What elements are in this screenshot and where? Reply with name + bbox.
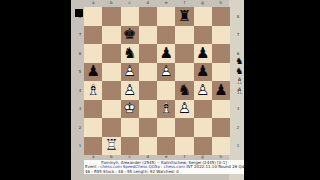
square-d3[interactable] — [139, 100, 157, 119]
square-b7[interactable] — [102, 26, 120, 45]
white-king-c3: ♚♔ — [121, 100, 139, 119]
square-g8[interactable] — [194, 7, 212, 26]
rank-label-1: 1 — [77, 137, 83, 156]
black-pawn-a5: ♟ — [84, 63, 102, 82]
square-b8[interactable] — [102, 7, 120, 26]
black-rook-f8: ♜ — [175, 7, 193, 26]
square-g5[interactable]: ♟ — [194, 63, 212, 82]
file-label-f: f — [175, 0, 193, 6]
white-pawn-g4: ♟♙ — [194, 81, 212, 100]
rank-label-3: 3 — [235, 100, 241, 119]
letterbox-right — [244, 0, 320, 180]
square-f4[interactable]: ♞ — [175, 81, 193, 100]
square-h6[interactable] — [212, 44, 230, 63]
square-g3[interactable] — [194, 100, 212, 119]
square-c2[interactable] — [121, 118, 139, 137]
square-e2[interactable] — [157, 118, 175, 137]
square-g6[interactable]: ♟ — [194, 44, 212, 63]
rank-label-2: 2 — [235, 118, 241, 137]
square-h3[interactable] — [212, 100, 230, 119]
square-d6[interactable] — [139, 44, 157, 63]
material-black-knight-icon: ♞ — [235, 66, 245, 76]
black-to-move-indicator — [75, 9, 83, 17]
black-king-c7: ♚ — [121, 26, 139, 45]
black-knight-c6: ♞ — [121, 44, 139, 63]
square-e1[interactable] — [157, 137, 175, 156]
square-b3[interactable] — [102, 100, 120, 119]
video-content: abcdefgh abcdefgh 87654321 87654321 ♜♚♞♟… — [71, 0, 244, 180]
file-label-e: e — [157, 0, 175, 6]
white-rook-b1: ♜♖ — [102, 137, 120, 156]
square-d4[interactable] — [139, 81, 157, 100]
square-d8[interactable] — [139, 7, 157, 26]
square-f3[interactable]: ♟♙ — [175, 100, 193, 119]
material-tray: ♞♞♝♗♝♗ — [234, 56, 245, 96]
square-a2[interactable] — [84, 118, 102, 137]
square-a8[interactable] — [84, 7, 102, 26]
square-c4[interactable]: ♟♙ — [121, 81, 139, 100]
file-label-c: c — [121, 0, 139, 6]
white-bishop-a4: ♝♗ — [84, 81, 102, 100]
file-label-h: h — [212, 0, 230, 6]
rank-label-3: 3 — [77, 100, 83, 119]
square-a6[interactable] — [84, 44, 102, 63]
square-f7[interactable] — [175, 26, 193, 45]
rank-label-7: 7 — [235, 26, 241, 45]
square-d2[interactable] — [139, 118, 157, 137]
event-rest: 2022.11.10 Round 26 Qd2 — [193, 164, 244, 169]
rank-labels-left: 87654321 — [77, 7, 83, 155]
square-c1[interactable] — [121, 137, 139, 156]
white-pawn-c4: ♟♙ — [121, 81, 139, 100]
material-white-bishop-icon: ♝♗ — [235, 76, 245, 86]
white-pawn-f3: ♟♙ — [175, 100, 193, 119]
rank-label-5: 5 — [77, 63, 83, 82]
square-e4[interactable] — [157, 81, 175, 100]
black-pawn-g5: ♟ — [194, 63, 212, 82]
square-e8[interactable] — [157, 7, 175, 26]
square-f1[interactable] — [175, 137, 193, 156]
square-b2[interactable] — [102, 118, 120, 137]
black-pawn-g6: ♟ — [194, 44, 212, 63]
square-h1[interactable] — [212, 137, 230, 156]
square-g1[interactable] — [194, 137, 212, 156]
square-c8[interactable] — [121, 7, 139, 26]
square-a4[interactable]: ♝♗ — [84, 81, 102, 100]
info-bar: Fominyh, Alexander (2545) -- Kalinitsche… — [84, 160, 244, 174]
black-knight-f4: ♞ — [175, 81, 193, 100]
square-h8[interactable] — [212, 7, 230, 26]
white-pawn-e5: ♟♙ — [157, 63, 175, 82]
square-c5[interactable]: ♟♙ — [121, 63, 139, 82]
square-e5[interactable]: ♟♙ — [157, 63, 175, 82]
rank-label-4: 4 — [77, 81, 83, 100]
letterbox-left — [0, 0, 71, 180]
rank-label-8: 8 — [235, 7, 241, 26]
black-pawn-h4: ♟ — [212, 81, 230, 100]
white-bishop-e3: ♝♗ — [157, 100, 175, 119]
square-b6[interactable] — [102, 44, 120, 63]
rank-label-7: 7 — [77, 26, 83, 45]
file-label-d: d — [139, 0, 157, 6]
square-h2[interactable] — [212, 118, 230, 137]
black-pawn-e6: ♟ — [157, 44, 175, 63]
square-a7[interactable] — [84, 26, 102, 45]
square-c3[interactable]: ♚♔ — [121, 100, 139, 119]
square-d5[interactable] — [139, 63, 157, 82]
square-b1[interactable]: ♜♖ — [102, 137, 120, 156]
square-h5[interactable] — [212, 63, 230, 82]
white-pawn-c5: ♟♙ — [121, 63, 139, 82]
square-e3[interactable]: ♝♗ — [157, 100, 175, 119]
square-h7[interactable] — [212, 26, 230, 45]
rank-label-6: 6 — [77, 44, 83, 63]
square-b4[interactable] — [102, 81, 120, 100]
square-a3[interactable] — [84, 100, 102, 119]
square-f8[interactable]: ♜ — [175, 7, 193, 26]
square-e6[interactable]: ♟ — [157, 44, 175, 63]
rank-label-2: 2 — [77, 118, 83, 137]
file-labels-top: abcdefgh — [84, 0, 230, 6]
square-f2[interactable] — [175, 118, 193, 137]
square-b5[interactable] — [102, 63, 120, 82]
material-white-bishop-icon: ♝♗ — [235, 86, 245, 96]
rank-label-1: 1 — [235, 137, 241, 156]
square-h4[interactable]: ♟ — [212, 81, 230, 100]
video-frame: abcdefgh abcdefgh 87654321 87654321 ♜♚♞♟… — [0, 0, 320, 180]
square-d7[interactable] — [139, 26, 157, 45]
square-g4[interactable]: ♟♙ — [194, 81, 212, 100]
square-e7[interactable] — [157, 26, 175, 45]
square-c6[interactable]: ♞ — [121, 44, 139, 63]
square-f6[interactable] — [175, 44, 193, 63]
square-g2[interactable] — [194, 118, 212, 137]
square-a5[interactable]: ♟ — [84, 63, 102, 82]
file-label-a: a — [84, 0, 102, 6]
material-black-knight-icon: ♞ — [235, 56, 245, 66]
square-d1[interactable] — [139, 137, 157, 156]
stats-line: 46 : R55 Stock : 48 : 55 Length: 92 Watc… — [84, 170, 244, 175]
square-f5[interactable] — [175, 63, 193, 82]
square-a1[interactable] — [84, 137, 102, 156]
square-g7[interactable] — [194, 26, 212, 45]
file-label-g: g — [194, 0, 212, 6]
square-c7[interactable]: ♚ — [121, 26, 139, 45]
chess-board: ♜♚♞♟♟♟♟♙♟♙♟♝♗♟♙♞♟♙♟♚♔♝♗♟♙♜♖ — [84, 7, 230, 155]
file-label-b: b — [102, 0, 120, 6]
